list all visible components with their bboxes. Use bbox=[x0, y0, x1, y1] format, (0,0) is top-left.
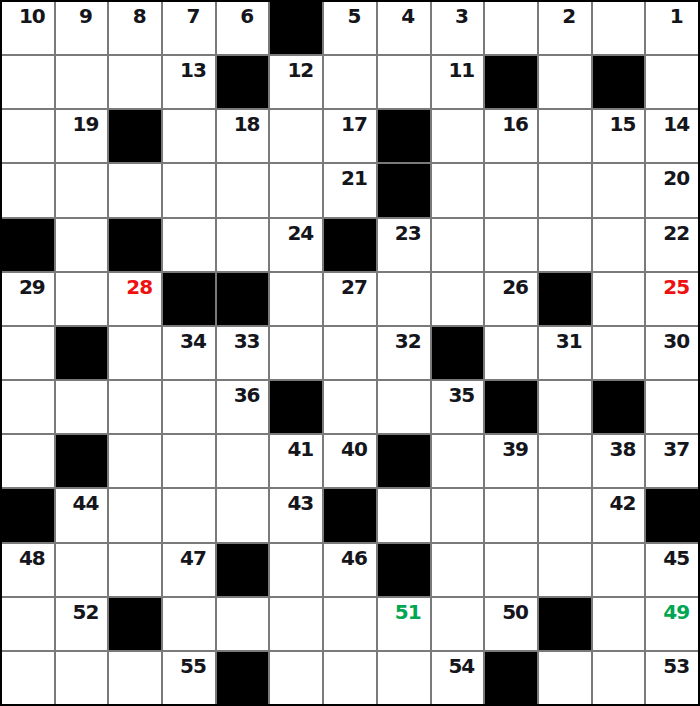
clue-number-54: 54 bbox=[436, 656, 488, 676]
cell-r6c12[interactable] bbox=[593, 273, 645, 325]
cell-r4c12[interactable] bbox=[593, 164, 645, 216]
cell-r9c7[interactable]: 40 bbox=[324, 435, 376, 487]
clue-number-22: 22 bbox=[650, 223, 700, 243]
clue-number-53: 53 bbox=[650, 656, 700, 676]
clue-number-52: 52 bbox=[60, 602, 112, 622]
cell-r4c6[interactable] bbox=[270, 164, 322, 216]
cell-r3c6[interactable] bbox=[270, 110, 322, 162]
cell-r9c1[interactable] bbox=[2, 435, 54, 487]
crossword-puzzle: 1098765432113121119181716151421202423222… bbox=[0, 0, 700, 706]
cell-r12c12[interactable] bbox=[593, 598, 645, 650]
cell-r10c9[interactable] bbox=[432, 489, 484, 541]
cell-r3c11[interactable] bbox=[539, 110, 591, 162]
clue-number-18: 18 bbox=[221, 114, 273, 134]
cell-r11c13[interactable]: 45 bbox=[646, 544, 698, 596]
cell-r12c6[interactable] bbox=[270, 598, 322, 650]
clue-number-15: 15 bbox=[597, 114, 649, 134]
cell-r6c6[interactable] bbox=[270, 273, 322, 325]
block-cell-r7c2 bbox=[56, 327, 108, 379]
cell-r8c2[interactable] bbox=[56, 381, 108, 433]
cell-r5c9[interactable] bbox=[432, 219, 484, 271]
block-cell-r10c1 bbox=[2, 489, 54, 541]
cell-r4c10[interactable] bbox=[485, 164, 537, 216]
cell-r9c3[interactable] bbox=[109, 435, 161, 487]
cell-r10c5[interactable] bbox=[217, 489, 269, 541]
cell-r9c5[interactable] bbox=[217, 435, 269, 487]
block-cell-r11c5 bbox=[217, 544, 269, 596]
cell-r12c13[interactable]: 49 bbox=[646, 598, 698, 650]
clue-number-35: 35 bbox=[436, 385, 488, 405]
cell-r2c11[interactable] bbox=[539, 56, 591, 108]
cell-r9c10[interactable]: 39 bbox=[485, 435, 537, 487]
cell-r9c9[interactable] bbox=[432, 435, 484, 487]
clue-number-40: 40 bbox=[328, 439, 380, 459]
cell-r2c8[interactable] bbox=[378, 56, 430, 108]
block-cell-r10c7 bbox=[324, 489, 376, 541]
cell-r4c1[interactable] bbox=[2, 164, 54, 216]
cell-r1c2[interactable]: 9 bbox=[56, 2, 108, 54]
cell-r11c2[interactable] bbox=[56, 544, 108, 596]
cell-r2c4[interactable]: 13 bbox=[163, 56, 215, 108]
cell-r8c1[interactable] bbox=[2, 381, 54, 433]
block-cell-r5c7 bbox=[324, 219, 376, 271]
clue-number-27: 27 bbox=[328, 277, 380, 297]
clue-number-47: 47 bbox=[167, 548, 219, 568]
clue-number-31: 31 bbox=[543, 331, 595, 351]
clue-number-23: 23 bbox=[382, 223, 434, 243]
cell-r12c8[interactable]: 51 bbox=[378, 598, 430, 650]
cell-r10c6[interactable]: 43 bbox=[270, 489, 322, 541]
cell-r7c3[interactable] bbox=[109, 327, 161, 379]
block-cell-r13c10 bbox=[485, 652, 537, 704]
cell-r8c9[interactable]: 35 bbox=[432, 381, 484, 433]
block-cell-r2c5 bbox=[217, 56, 269, 108]
clue-number-4: 4 bbox=[382, 6, 434, 26]
clue-number-25: 25 bbox=[650, 277, 700, 297]
cell-r1c5[interactable]: 6 bbox=[217, 2, 269, 54]
clue-number-12: 12 bbox=[274, 60, 326, 80]
cell-r13c4[interactable]: 55 bbox=[163, 652, 215, 704]
cell-r3c12[interactable]: 15 bbox=[593, 110, 645, 162]
block-cell-r9c8 bbox=[378, 435, 430, 487]
cell-r13c3[interactable] bbox=[109, 652, 161, 704]
cell-r7c6[interactable] bbox=[270, 327, 322, 379]
cell-r3c1[interactable] bbox=[2, 110, 54, 162]
clue-number-51: 51 bbox=[382, 602, 434, 622]
cell-r5c11[interactable] bbox=[539, 219, 591, 271]
cell-r13c7[interactable] bbox=[324, 652, 376, 704]
cell-r12c10[interactable]: 50 bbox=[485, 598, 537, 650]
clue-number-36: 36 bbox=[221, 385, 273, 405]
block-cell-r3c8 bbox=[378, 110, 430, 162]
cell-r8c7[interactable] bbox=[324, 381, 376, 433]
cell-r6c10[interactable]: 26 bbox=[485, 273, 537, 325]
cell-r7c8[interactable]: 32 bbox=[378, 327, 430, 379]
cell-r1c10[interactable] bbox=[485, 2, 537, 54]
clue-number-9: 9 bbox=[60, 6, 112, 26]
clue-number-5: 5 bbox=[328, 6, 380, 26]
cell-r7c5[interactable]: 33 bbox=[217, 327, 269, 379]
cell-r10c12[interactable]: 42 bbox=[593, 489, 645, 541]
clue-number-16: 16 bbox=[489, 114, 541, 134]
cell-r3c10[interactable]: 16 bbox=[485, 110, 537, 162]
cell-r11c4[interactable]: 47 bbox=[163, 544, 215, 596]
clue-number-13: 13 bbox=[167, 60, 219, 80]
block-cell-r8c10 bbox=[485, 381, 537, 433]
cell-r7c11[interactable]: 31 bbox=[539, 327, 591, 379]
clue-number-2: 2 bbox=[543, 6, 595, 26]
clue-number-21: 21 bbox=[328, 168, 380, 188]
cell-r7c4[interactable]: 34 bbox=[163, 327, 215, 379]
cell-r6c2[interactable] bbox=[56, 273, 108, 325]
cell-r7c10[interactable] bbox=[485, 327, 537, 379]
clue-number-45: 45 bbox=[650, 548, 700, 568]
clue-number-30: 30 bbox=[650, 331, 700, 351]
clue-number-49: 49 bbox=[650, 602, 700, 622]
cell-r1c3[interactable]: 8 bbox=[109, 2, 161, 54]
cell-r11c12[interactable] bbox=[593, 544, 645, 596]
cell-r8c4[interactable] bbox=[163, 381, 215, 433]
cell-r2c7[interactable] bbox=[324, 56, 376, 108]
cell-r11c6[interactable] bbox=[270, 544, 322, 596]
cell-r9c11[interactable] bbox=[539, 435, 591, 487]
cell-r13c8[interactable] bbox=[378, 652, 430, 704]
clue-number-1: 1 bbox=[650, 6, 700, 26]
cell-r7c13[interactable]: 30 bbox=[646, 327, 698, 379]
clue-number-19: 19 bbox=[60, 114, 112, 134]
block-cell-r7c9 bbox=[432, 327, 484, 379]
block-cell-r13c5 bbox=[217, 652, 269, 704]
cell-r1c7[interactable]: 5 bbox=[324, 2, 376, 54]
cell-r4c3[interactable] bbox=[109, 164, 161, 216]
clue-number-28: 28 bbox=[113, 277, 165, 297]
cell-r3c9[interactable] bbox=[432, 110, 484, 162]
cell-r4c7[interactable]: 21 bbox=[324, 164, 376, 216]
cell-r12c1[interactable] bbox=[2, 598, 54, 650]
cell-r13c1[interactable] bbox=[2, 652, 54, 704]
block-cell-r5c1 bbox=[2, 219, 54, 271]
cell-r6c1[interactable]: 29 bbox=[2, 273, 54, 325]
clue-number-43: 43 bbox=[274, 493, 326, 513]
cell-r6c7[interactable]: 27 bbox=[324, 273, 376, 325]
clue-number-8: 8 bbox=[113, 6, 165, 26]
cell-r10c4[interactable] bbox=[163, 489, 215, 541]
clue-number-55: 55 bbox=[167, 656, 219, 676]
cell-r12c4[interactable] bbox=[163, 598, 215, 650]
cell-r12c7[interactable] bbox=[324, 598, 376, 650]
cell-r5c12[interactable] bbox=[593, 219, 645, 271]
cell-r8c3[interactable] bbox=[109, 381, 161, 433]
clue-number-38: 38 bbox=[597, 439, 649, 459]
cell-r6c9[interactable] bbox=[432, 273, 484, 325]
cell-r9c6[interactable]: 41 bbox=[270, 435, 322, 487]
cell-r12c9[interactable] bbox=[432, 598, 484, 650]
cell-r4c4[interactable] bbox=[163, 164, 215, 216]
clue-number-17: 17 bbox=[328, 114, 380, 134]
cell-r1c13[interactable]: 1 bbox=[646, 2, 698, 54]
cell-r11c11[interactable] bbox=[539, 544, 591, 596]
clue-number-24: 24 bbox=[274, 223, 326, 243]
clue-number-50: 50 bbox=[489, 602, 541, 622]
cell-r13c11[interactable] bbox=[539, 652, 591, 704]
block-cell-r9c2 bbox=[56, 435, 108, 487]
cell-r1c4[interactable]: 7 bbox=[163, 2, 215, 54]
cell-r13c12[interactable] bbox=[593, 652, 645, 704]
cell-r3c13[interactable]: 14 bbox=[646, 110, 698, 162]
cell-r13c6[interactable] bbox=[270, 652, 322, 704]
block-cell-r2c12 bbox=[593, 56, 645, 108]
cell-r4c2[interactable] bbox=[56, 164, 108, 216]
cell-r4c11[interactable] bbox=[539, 164, 591, 216]
clue-number-11: 11 bbox=[436, 60, 488, 80]
cell-r9c13[interactable]: 37 bbox=[646, 435, 698, 487]
cell-r7c7[interactable] bbox=[324, 327, 376, 379]
block-cell-r12c11 bbox=[539, 598, 591, 650]
cell-r7c1[interactable] bbox=[2, 327, 54, 379]
clue-number-33: 33 bbox=[221, 331, 273, 351]
cell-r10c11[interactable] bbox=[539, 489, 591, 541]
cell-r8c13[interactable] bbox=[646, 381, 698, 433]
cell-r5c5[interactable] bbox=[217, 219, 269, 271]
clue-number-42: 42 bbox=[597, 493, 649, 513]
cell-r10c8[interactable] bbox=[378, 489, 430, 541]
cell-r2c6[interactable]: 12 bbox=[270, 56, 322, 108]
clue-number-32: 32 bbox=[382, 331, 434, 351]
block-cell-r12c3 bbox=[109, 598, 161, 650]
cell-r1c8[interactable]: 4 bbox=[378, 2, 430, 54]
cell-r11c10[interactable] bbox=[485, 544, 537, 596]
clue-number-26: 26 bbox=[489, 277, 541, 297]
cell-r2c9[interactable]: 11 bbox=[432, 56, 484, 108]
clue-number-46: 46 bbox=[328, 548, 380, 568]
clue-number-6: 6 bbox=[221, 6, 273, 26]
cell-r10c10[interactable] bbox=[485, 489, 537, 541]
cell-r3c4[interactable] bbox=[163, 110, 215, 162]
clue-number-34: 34 bbox=[167, 331, 219, 351]
block-cell-r8c12 bbox=[593, 381, 645, 433]
cell-r5c10[interactable] bbox=[485, 219, 537, 271]
cell-r11c1[interactable]: 48 bbox=[2, 544, 54, 596]
cell-r7c12[interactable] bbox=[593, 327, 645, 379]
clue-number-37: 37 bbox=[650, 439, 700, 459]
cell-r5c4[interactable] bbox=[163, 219, 215, 271]
block-cell-r11c8 bbox=[378, 544, 430, 596]
block-cell-r6c4 bbox=[163, 273, 215, 325]
cell-r6c8[interactable] bbox=[378, 273, 430, 325]
cell-r8c5[interactable]: 36 bbox=[217, 381, 269, 433]
cell-r5c2[interactable] bbox=[56, 219, 108, 271]
cell-r12c5[interactable] bbox=[217, 598, 269, 650]
cell-r10c2[interactable]: 44 bbox=[56, 489, 108, 541]
cell-r8c11[interactable] bbox=[539, 381, 591, 433]
cell-r3c7[interactable]: 17 bbox=[324, 110, 376, 162]
clue-number-39: 39 bbox=[489, 439, 541, 459]
clue-number-14: 14 bbox=[650, 114, 700, 134]
cell-r2c1[interactable] bbox=[2, 56, 54, 108]
crossword-board: 1098765432113121119181716151421202423222… bbox=[0, 0, 700, 706]
cell-r11c7[interactable]: 46 bbox=[324, 544, 376, 596]
block-cell-r2c10 bbox=[485, 56, 537, 108]
cell-r6c13[interactable]: 25 bbox=[646, 273, 698, 325]
clue-number-48: 48 bbox=[6, 548, 58, 568]
clue-number-7: 7 bbox=[167, 6, 219, 26]
cell-r2c3[interactable] bbox=[109, 56, 161, 108]
cell-r8c8[interactable] bbox=[378, 381, 430, 433]
cell-r4c13[interactable]: 20 bbox=[646, 164, 698, 216]
block-cell-r10c13 bbox=[646, 489, 698, 541]
cell-r10c3[interactable] bbox=[109, 489, 161, 541]
block-cell-r4c8 bbox=[378, 164, 430, 216]
cell-r5c13[interactable]: 22 bbox=[646, 219, 698, 271]
cell-r1c9[interactable]: 3 bbox=[432, 2, 484, 54]
clue-number-20: 20 bbox=[650, 168, 700, 188]
block-cell-r5c3 bbox=[109, 219, 161, 271]
cell-r5c8[interactable]: 23 bbox=[378, 219, 430, 271]
clue-number-10: 10 bbox=[6, 6, 58, 26]
cell-r1c1[interactable]: 10 bbox=[2, 2, 54, 54]
cell-r6c3[interactable]: 28 bbox=[109, 273, 161, 325]
cell-r12c2[interactable]: 52 bbox=[56, 598, 108, 650]
cell-r4c9[interactable] bbox=[432, 164, 484, 216]
clue-number-3: 3 bbox=[436, 6, 488, 26]
cell-r1c12[interactable] bbox=[593, 2, 645, 54]
clue-number-41: 41 bbox=[274, 439, 326, 459]
cell-r13c13[interactable]: 53 bbox=[646, 652, 698, 704]
cell-r3c5[interactable]: 18 bbox=[217, 110, 269, 162]
cell-r11c9[interactable] bbox=[432, 544, 484, 596]
cell-r9c4[interactable] bbox=[163, 435, 215, 487]
block-cell-r6c11 bbox=[539, 273, 591, 325]
block-cell-r6c5 bbox=[217, 273, 269, 325]
clue-number-44: 44 bbox=[60, 493, 112, 513]
cell-r9c12[interactable]: 38 bbox=[593, 435, 645, 487]
block-cell-r8c6 bbox=[270, 381, 322, 433]
cell-r11c3[interactable] bbox=[109, 544, 161, 596]
cell-r5c6[interactable]: 24 bbox=[270, 219, 322, 271]
cell-r13c9[interactable]: 54 bbox=[432, 652, 484, 704]
block-cell-r1c6 bbox=[270, 2, 322, 54]
clue-number-29: 29 bbox=[6, 277, 58, 297]
cell-r1c11[interactable]: 2 bbox=[539, 2, 591, 54]
cell-r2c2[interactable] bbox=[56, 56, 108, 108]
cell-r3c2[interactable]: 19 bbox=[56, 110, 108, 162]
cell-r13c2[interactable] bbox=[56, 652, 108, 704]
cell-r2c13[interactable] bbox=[646, 56, 698, 108]
block-cell-r3c3 bbox=[109, 110, 161, 162]
cell-r4c5[interactable] bbox=[217, 164, 269, 216]
